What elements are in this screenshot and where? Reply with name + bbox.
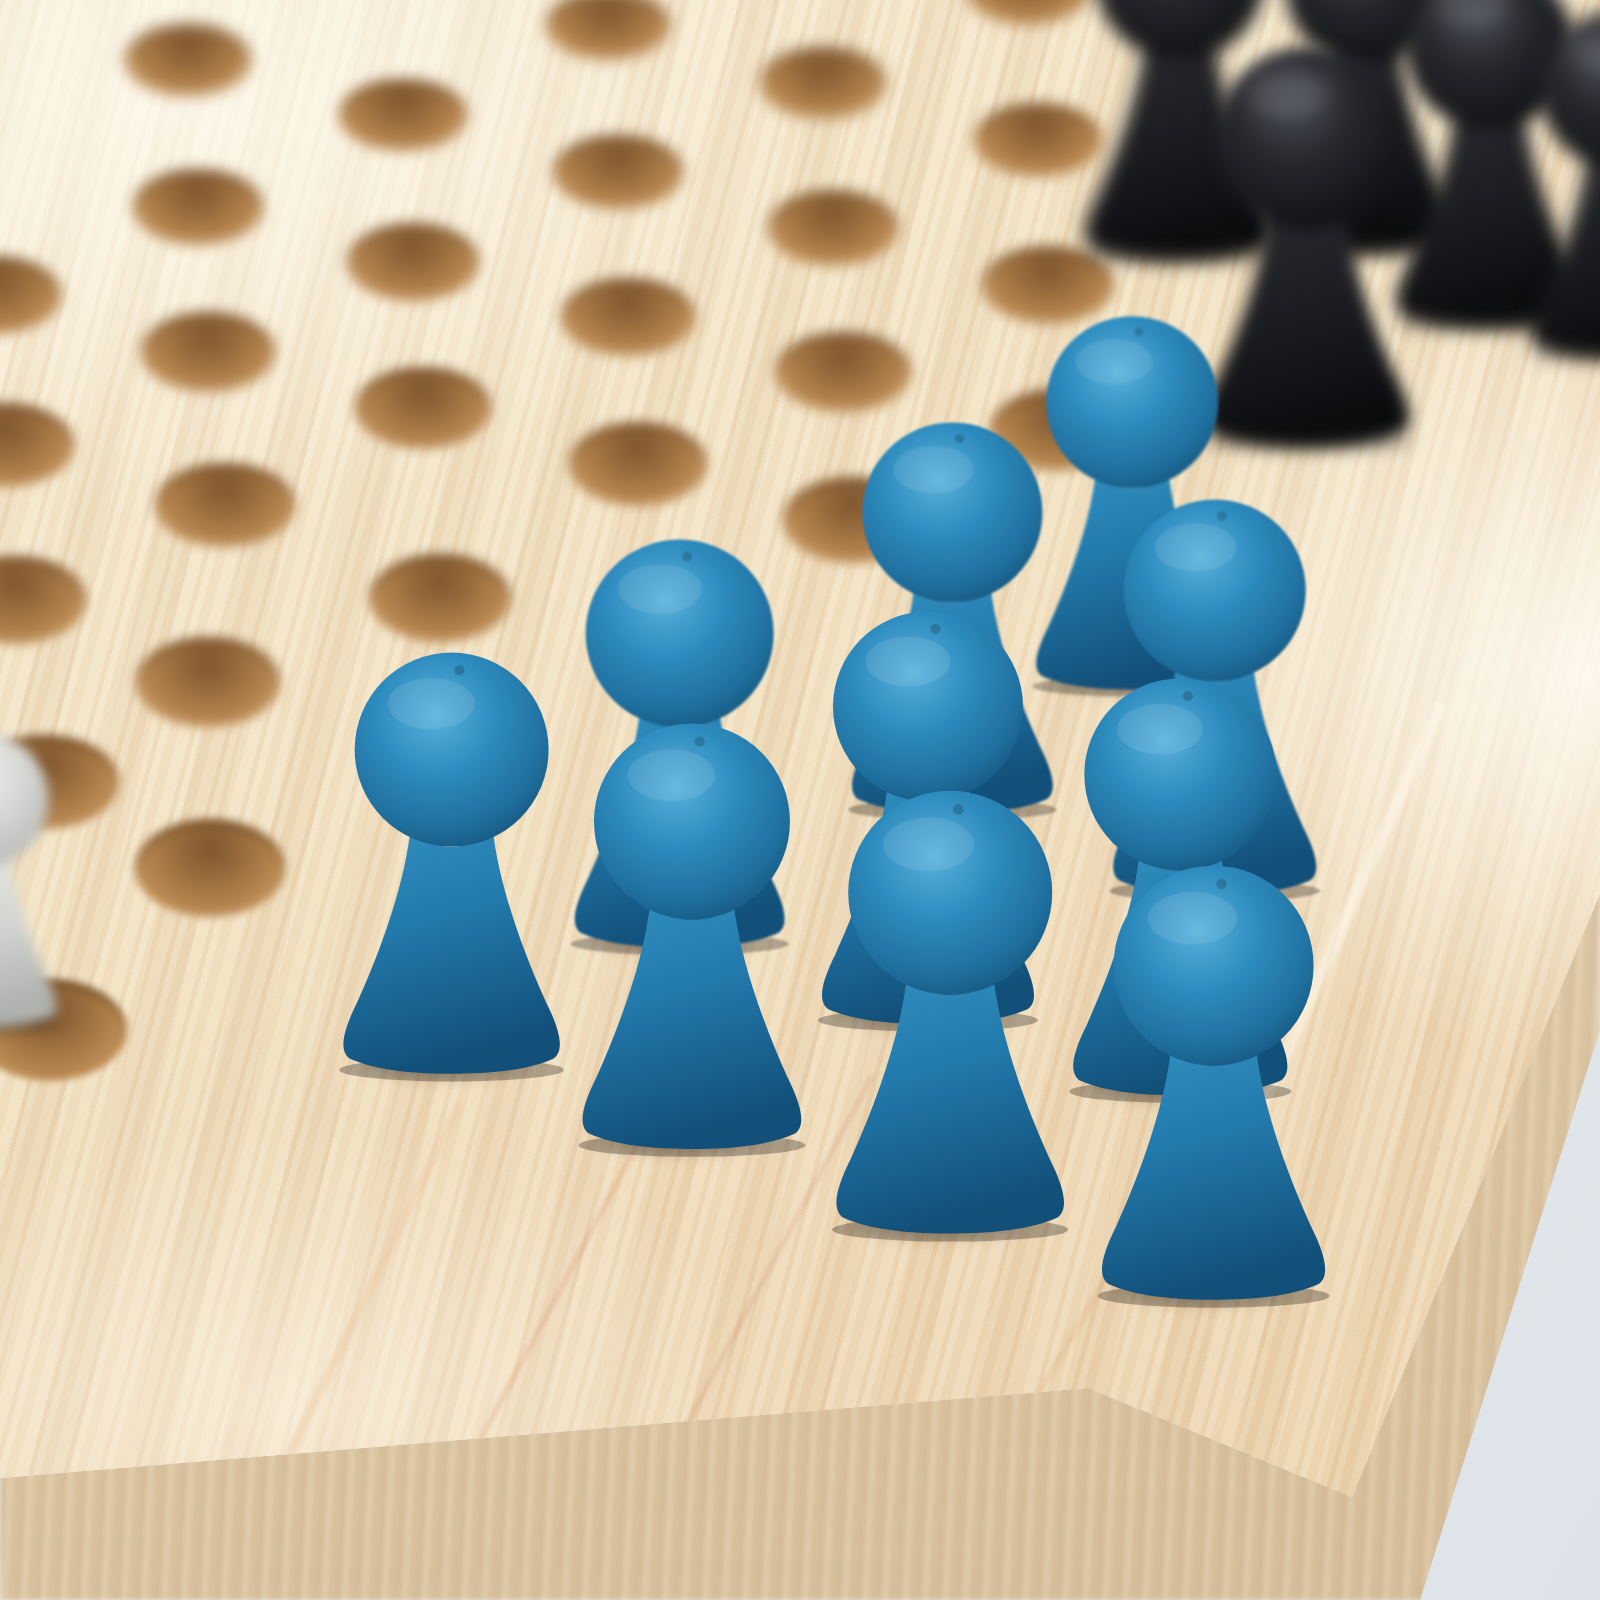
white-pawn[interactable] <box>0 730 69 1034</box>
photo-scene <box>0 0 1600 1600</box>
blue-pawn[interactable] <box>324 650 579 1084</box>
blue-pawn[interactable] <box>563 721 821 1159</box>
pieces <box>0 0 1600 1600</box>
blue-pawn[interactable] <box>1082 863 1345 1310</box>
black-pawn[interactable] <box>1515 8 1600 366</box>
blue-pawn[interactable] <box>816 788 1084 1244</box>
